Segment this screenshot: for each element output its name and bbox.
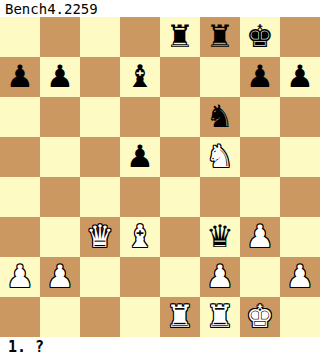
square-f4[interactable] xyxy=(200,177,240,217)
square-g4[interactable] xyxy=(240,177,280,217)
piece-black-pawn[interactable]: ♟ xyxy=(126,141,154,172)
square-c4[interactable] xyxy=(80,177,120,217)
square-a6[interactable] xyxy=(0,97,40,137)
page-title: Bench4.2259 xyxy=(5,1,98,17)
square-e1[interactable]: ♜ xyxy=(160,297,200,337)
square-d1[interactable] xyxy=(120,297,160,337)
square-b8[interactable] xyxy=(40,17,80,57)
square-b2[interactable]: ♟ xyxy=(40,257,80,297)
square-b5[interactable] xyxy=(40,137,80,177)
piece-black-knight[interactable]: ♞ xyxy=(206,101,234,132)
piece-black-bishop[interactable]: ♝ xyxy=(126,61,154,92)
square-b7[interactable]: ♟ xyxy=(40,57,80,97)
square-h3[interactable] xyxy=(280,217,320,257)
square-f2[interactable]: ♟ xyxy=(200,257,240,297)
piece-black-pawn[interactable]: ♟ xyxy=(286,61,314,92)
square-g5[interactable] xyxy=(240,137,280,177)
square-d3[interactable]: ♝ xyxy=(120,217,160,257)
square-e4[interactable] xyxy=(160,177,200,217)
piece-white-king[interactable]: ♚ xyxy=(246,301,274,332)
square-e5[interactable] xyxy=(160,137,200,177)
square-c3[interactable]: ♛ xyxy=(80,217,120,257)
square-c5[interactable] xyxy=(80,137,120,177)
square-b3[interactable] xyxy=(40,217,80,257)
square-f5[interactable]: ♞ xyxy=(200,137,240,177)
square-c2[interactable] xyxy=(80,257,120,297)
square-f7[interactable] xyxy=(200,57,240,97)
square-g3[interactable]: ♟ xyxy=(240,217,280,257)
square-c8[interactable] xyxy=(80,17,120,57)
square-d5[interactable]: ♟ xyxy=(120,137,160,177)
piece-white-knight[interactable]: ♞ xyxy=(206,141,234,172)
square-g7[interactable]: ♟ xyxy=(240,57,280,97)
piece-white-bishop[interactable]: ♝ xyxy=(126,221,154,252)
square-g6[interactable] xyxy=(240,97,280,137)
square-d2[interactable] xyxy=(120,257,160,297)
piece-white-pawn[interactable]: ♟ xyxy=(246,221,274,252)
square-g2[interactable] xyxy=(240,257,280,297)
square-h6[interactable] xyxy=(280,97,320,137)
square-f1[interactable]: ♜ xyxy=(200,297,240,337)
square-e3[interactable] xyxy=(160,217,200,257)
square-h4[interactable] xyxy=(280,177,320,217)
square-c6[interactable] xyxy=(80,97,120,137)
square-d4[interactable] xyxy=(120,177,160,217)
square-h1[interactable] xyxy=(280,297,320,337)
square-b1[interactable] xyxy=(40,297,80,337)
piece-black-rook[interactable]: ♜ xyxy=(166,21,194,52)
piece-black-pawn[interactable]: ♟ xyxy=(6,61,34,92)
square-b6[interactable] xyxy=(40,97,80,137)
square-c7[interactable] xyxy=(80,57,120,97)
square-d6[interactable] xyxy=(120,97,160,137)
square-a3[interactable] xyxy=(0,217,40,257)
chess-board: ♜♜♚♟♟♝♟♟♞♟♞♛♝♛♟♟♟♟♟♜♜♚ xyxy=(0,17,320,337)
chess-app-window: Bench4.2259 ♜♜♚♟♟♝♟♟♞♟♞♛♝♛♟♟♟♟♟♜♜♚ 1. ? xyxy=(0,0,320,360)
square-a2[interactable]: ♟ xyxy=(0,257,40,297)
piece-black-queen[interactable]: ♛ xyxy=(206,221,234,252)
square-e2[interactable] xyxy=(160,257,200,297)
square-a7[interactable]: ♟ xyxy=(0,57,40,97)
square-g8[interactable]: ♚ xyxy=(240,17,280,57)
move-prompt: 1. ? xyxy=(8,338,44,356)
piece-white-pawn[interactable]: ♟ xyxy=(286,261,314,292)
square-d8[interactable] xyxy=(120,17,160,57)
square-a1[interactable] xyxy=(0,297,40,337)
square-d7[interactable]: ♝ xyxy=(120,57,160,97)
square-b4[interactable] xyxy=(40,177,80,217)
piece-black-rook[interactable]: ♜ xyxy=(206,21,234,52)
piece-white-queen[interactable]: ♛ xyxy=(86,221,114,252)
piece-black-pawn[interactable]: ♟ xyxy=(46,61,74,92)
square-h5[interactable] xyxy=(280,137,320,177)
square-g1[interactable]: ♚ xyxy=(240,297,280,337)
square-c1[interactable] xyxy=(80,297,120,337)
piece-white-rook[interactable]: ♜ xyxy=(166,301,194,332)
square-a5[interactable] xyxy=(0,137,40,177)
square-e6[interactable] xyxy=(160,97,200,137)
piece-black-pawn[interactable]: ♟ xyxy=(246,61,274,92)
piece-white-pawn[interactable]: ♟ xyxy=(206,261,234,292)
square-h8[interactable] xyxy=(280,17,320,57)
square-a8[interactable] xyxy=(0,17,40,57)
square-f8[interactable]: ♜ xyxy=(200,17,240,57)
square-a4[interactable] xyxy=(0,177,40,217)
piece-black-king[interactable]: ♚ xyxy=(246,21,274,52)
square-h2[interactable]: ♟ xyxy=(280,257,320,297)
square-f3[interactable]: ♛ xyxy=(200,217,240,257)
square-f6[interactable]: ♞ xyxy=(200,97,240,137)
piece-white-pawn[interactable]: ♟ xyxy=(6,261,34,292)
square-e7[interactable] xyxy=(160,57,200,97)
piece-white-rook[interactable]: ♜ xyxy=(206,301,234,332)
piece-white-pawn[interactable]: ♟ xyxy=(46,261,74,292)
square-h7[interactable]: ♟ xyxy=(280,57,320,97)
square-e8[interactable]: ♜ xyxy=(160,17,200,57)
